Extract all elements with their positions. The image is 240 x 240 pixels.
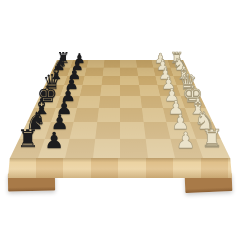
board-square xyxy=(99,96,120,108)
board-square xyxy=(173,76,195,85)
board-square xyxy=(70,60,88,67)
board-square xyxy=(77,96,100,108)
board-square xyxy=(120,76,139,85)
board-square xyxy=(120,122,145,138)
board-square xyxy=(184,108,212,122)
board-square xyxy=(64,76,85,85)
board-square xyxy=(120,67,138,75)
photo-caption: Wooden chess set in the starting positio… xyxy=(0,0,1,1)
board-square xyxy=(139,85,160,96)
chess-set-photo: Wooden chess set in the starting positio… xyxy=(0,0,240,240)
board-square xyxy=(87,60,105,67)
board-square xyxy=(85,67,104,75)
board-square xyxy=(82,76,102,85)
board-square xyxy=(120,85,140,96)
board-square xyxy=(97,108,120,122)
board-square xyxy=(167,60,186,67)
board-square xyxy=(190,122,221,138)
board-square xyxy=(80,85,101,96)
board-square xyxy=(136,60,154,67)
board-square xyxy=(120,60,137,67)
board-square xyxy=(101,76,120,85)
board-square xyxy=(67,67,87,75)
board-square xyxy=(70,122,97,138)
board-square xyxy=(120,96,141,108)
board-square xyxy=(103,60,120,67)
board-apron xyxy=(8,158,232,178)
board-square xyxy=(195,138,230,158)
chess-board xyxy=(10,60,230,158)
board-square xyxy=(120,108,143,122)
board-square xyxy=(65,138,95,158)
board-square xyxy=(138,76,158,85)
board-square xyxy=(95,122,120,138)
board-square xyxy=(180,96,206,108)
board-square xyxy=(176,85,200,96)
board-square xyxy=(170,67,191,75)
board-square xyxy=(93,138,121,158)
board-square xyxy=(60,85,83,96)
board-square xyxy=(137,67,156,75)
board-square xyxy=(74,108,99,122)
board-square xyxy=(120,138,148,158)
board-square xyxy=(100,85,120,96)
board-square xyxy=(102,67,120,75)
